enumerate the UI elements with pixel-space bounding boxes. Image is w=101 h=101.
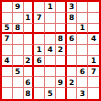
sudoku-cell-given: 1: [45, 2, 56, 13]
sudoku-cell-empty[interactable]: [56, 67, 67, 78]
sudoku-cell-empty[interactable]: [56, 2, 67, 13]
sudoku-cell-given: 1: [34, 45, 45, 56]
sudoku-cell-given: 8: [24, 88, 35, 99]
sudoku-cell-given: 2: [56, 45, 67, 56]
sudoku-cell-given: 6: [24, 77, 35, 88]
sudoku-cell-empty[interactable]: [67, 88, 78, 99]
sudoku-board: 91317858178641424261567692853: [0, 0, 101, 101]
sudoku-cell-given: 9: [13, 2, 24, 13]
sudoku-cell-given: 8: [67, 13, 78, 24]
sudoku-cell-empty[interactable]: [34, 34, 45, 45]
sudoku-cell-empty[interactable]: [13, 13, 24, 24]
sudoku-cell-empty[interactable]: [13, 56, 24, 67]
sudoku-cell-given: 5: [13, 67, 24, 78]
sudoku-cell-empty[interactable]: [77, 34, 88, 45]
sudoku-cell-empty[interactable]: [77, 2, 88, 13]
sudoku-cell-given: 4: [45, 45, 56, 56]
sudoku-cell-empty[interactable]: [24, 24, 35, 35]
sudoku-cell-empty[interactable]: [34, 88, 45, 99]
sudoku-cell-given: 7: [88, 67, 99, 78]
sudoku-cell-empty[interactable]: [67, 56, 78, 67]
sudoku-cell-empty[interactable]: [88, 45, 99, 56]
sudoku-cell-empty[interactable]: [56, 88, 67, 99]
sudoku-cell-given: 6: [77, 67, 88, 78]
sudoku-cell-empty[interactable]: [24, 67, 35, 78]
sudoku-cell-empty[interactable]: [77, 45, 88, 56]
sudoku-cell-empty[interactable]: [56, 24, 67, 35]
sudoku-cell-given: 3: [67, 2, 78, 13]
sudoku-cell-empty[interactable]: [2, 45, 13, 56]
sudoku-cell-given: 3: [77, 88, 88, 99]
sudoku-cell-empty[interactable]: [24, 34, 35, 45]
sudoku-cell-empty[interactable]: [45, 56, 56, 67]
sudoku-cell-empty[interactable]: [77, 77, 88, 88]
sudoku-cell-empty[interactable]: [13, 77, 24, 88]
sudoku-cell-empty[interactable]: [56, 56, 67, 67]
sudoku-cell-given: 8: [13, 24, 24, 35]
sudoku-cell-empty[interactable]: [13, 34, 24, 45]
sudoku-cell-empty[interactable]: [45, 24, 56, 35]
sudoku-cell-empty[interactable]: [45, 77, 56, 88]
sudoku-cell-given: 6: [34, 56, 45, 67]
sudoku-cell-empty[interactable]: [67, 24, 78, 35]
sudoku-cell-empty[interactable]: [2, 88, 13, 99]
sudoku-cell-empty[interactable]: [56, 13, 67, 24]
sudoku-cell-empty[interactable]: [77, 13, 88, 24]
sudoku-cell-given: 9: [56, 77, 67, 88]
sudoku-cell-given: 2: [67, 77, 78, 88]
sudoku-cell-empty[interactable]: [67, 45, 78, 56]
sudoku-cell-given: 4: [88, 34, 99, 45]
sudoku-cell-empty[interactable]: [2, 13, 13, 24]
sudoku-cell-empty[interactable]: [88, 77, 99, 88]
sudoku-cell-empty[interactable]: [24, 2, 35, 13]
sudoku-cell-empty[interactable]: [24, 45, 35, 56]
sudoku-cell-given: 5: [45, 88, 56, 99]
sudoku-cell-empty[interactable]: [34, 77, 45, 88]
sudoku-cell-empty[interactable]: [45, 67, 56, 78]
sudoku-cell-empty[interactable]: [2, 77, 13, 88]
sudoku-cell-given: 1: [88, 56, 99, 67]
sudoku-cell-empty[interactable]: [13, 45, 24, 56]
sudoku-cell-given: 5: [2, 24, 13, 35]
sudoku-cell-empty[interactable]: [77, 56, 88, 67]
sudoku-cell-empty[interactable]: [88, 24, 99, 35]
sudoku-cell-empty[interactable]: [2, 2, 13, 13]
sudoku-cell-empty[interactable]: [45, 13, 56, 24]
sudoku-cell-empty[interactable]: [34, 24, 45, 35]
sudoku-cell-empty[interactable]: [2, 67, 13, 78]
sudoku-cell-empty[interactable]: [88, 2, 99, 13]
sudoku-cell-given: 2: [24, 56, 35, 67]
sudoku-cell-empty[interactable]: [45, 34, 56, 45]
sudoku-cell-empty[interactable]: [34, 67, 45, 78]
sudoku-cell-given: 1: [77, 24, 88, 35]
sudoku-cell-given: 1: [24, 13, 35, 24]
sudoku-cell-given: 7: [2, 34, 13, 45]
sudoku-cell-empty[interactable]: [88, 13, 99, 24]
sudoku-cell-given: 7: [34, 13, 45, 24]
sudoku-cell-given: 4: [2, 56, 13, 67]
sudoku-cell-given: 6: [67, 34, 78, 45]
sudoku-cell-empty[interactable]: [67, 67, 78, 78]
sudoku-cell-empty[interactable]: [13, 88, 24, 99]
sudoku-cell-given: 8: [56, 34, 67, 45]
sudoku-cell-empty[interactable]: [88, 88, 99, 99]
sudoku-cell-empty[interactable]: [34, 2, 45, 13]
